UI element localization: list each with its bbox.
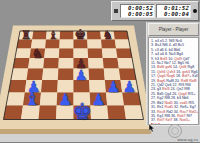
board-square-h1[interactable] <box>124 106 143 120</box>
chess-piece-black-g8[interactable]: ♞ <box>102 28 113 42</box>
board-square-f8[interactable] <box>87 31 101 40</box>
players-header: Player - Player <box>148 23 199 36</box>
board-square-h8[interactable] <box>114 31 129 40</box>
board-square-a4[interactable] <box>11 69 28 81</box>
board-square-d8[interactable] <box>60 31 74 40</box>
board-square-a6[interactable] <box>15 49 31 59</box>
chess-piece-white-h3[interactable]: ♟ <box>122 78 136 96</box>
watermark-logo-icon <box>168 124 182 138</box>
board-square-c4[interactable] <box>42 69 58 81</box>
turn-indicator-dot <box>193 9 197 13</box>
board-square-g1[interactable] <box>107 106 126 120</box>
board-square-f7[interactable] <box>87 40 102 49</box>
board-square-d5[interactable] <box>58 58 73 69</box>
board-square-a5[interactable] <box>13 58 30 69</box>
move-list[interactable]: 1. e4 e5 2. Nf3 Nc6 3. Bc4 Nf6 4. d3 Bc5… <box>148 37 199 125</box>
board-square-f6[interactable] <box>88 49 103 59</box>
clock-button-icon[interactable] <box>114 9 118 13</box>
watermark-url: www.ag.ru <box>178 137 198 142</box>
board-square-h7[interactable] <box>115 40 130 49</box>
board-square-g5[interactable] <box>103 58 119 69</box>
chess-piece-white-g3[interactable]: ♟ <box>106 78 120 96</box>
chess-piece-black-c8[interactable]: ♝ <box>48 28 59 42</box>
mouse-cursor-icon <box>149 124 157 133</box>
chess-clock-panel: 0:00:52 0:00:05 0:01:52 0:00:04 <box>111 1 199 21</box>
board-square-c3[interactable] <box>41 80 58 93</box>
board-square-c6[interactable] <box>44 49 59 59</box>
board-square-a1[interactable] <box>4 106 23 120</box>
board-square-f4[interactable] <box>89 69 105 81</box>
chess-piece-black-e8[interactable]: ♚ <box>74 27 86 42</box>
left-clock-display: 0:00:52 0:00:05 <box>120 4 155 18</box>
move-list-panel: Player - Player 1. e4 e5 2. Nf3 Nc6 3. B… <box>146 22 200 125</box>
watermark-logo-inner-ring <box>171 127 179 135</box>
board-square-d6[interactable] <box>59 49 74 59</box>
chess-piece-black-a8[interactable]: ♜ <box>21 28 32 42</box>
board-square-h5[interactable] <box>117 58 134 69</box>
board-square-c1[interactable] <box>39 106 57 120</box>
board-square-h6[interactable] <box>116 49 132 59</box>
chess-piece-white-d2[interactable]: ♟ <box>58 90 72 109</box>
board-square-a2[interactable] <box>6 93 25 106</box>
board-square-d7[interactable] <box>59 40 73 49</box>
board-square-c5[interactable] <box>43 58 59 69</box>
right-clock-sub-time: 0:00:04 <box>158 11 189 17</box>
chess-piece-white-e4[interactable]: ♟ <box>75 67 88 83</box>
board-square-g6[interactable] <box>102 49 118 59</box>
board-square-c2[interactable] <box>40 93 57 106</box>
board-square-b8[interactable] <box>32 31 47 40</box>
chess-app-window: ♜♝♚♞♞♟♟♟♟♟♝♟♟♚ 0:00:52 0:00:05 0:01:52 0… <box>0 0 200 143</box>
left-clock-sub-time: 0:00:05 <box>122 11 153 17</box>
chess-piece-white-b2[interactable]: ♝ <box>24 88 40 109</box>
chess-piece-black-b6[interactable]: ♞ <box>32 46 44 61</box>
board-square-f5[interactable] <box>88 58 104 69</box>
board-square-d4[interactable] <box>58 69 74 81</box>
chess-piece-white-e1[interactable]: ♚ <box>72 99 92 124</box>
board-frame-front-edge <box>0 129 152 134</box>
right-clock-display: 0:01:52 0:00:04 <box>156 4 191 18</box>
chess-piece-white-f2[interactable]: ♟ <box>91 90 105 109</box>
